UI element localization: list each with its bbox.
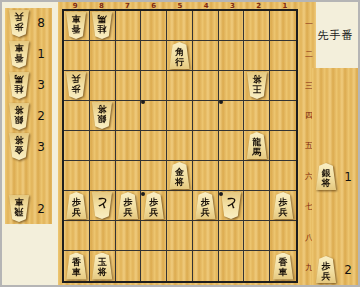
piece-face: 桂馬 [91, 12, 113, 39]
sente-hand-slot-3 [312, 130, 359, 161]
gote-rook-count: 2 [30, 202, 52, 216]
cell-4-6[interactable] [193, 161, 219, 191]
sente-gold[interactable]: 金将 [168, 162, 190, 189]
piece-kanji: 歩 [322, 259, 331, 271]
gote-pawn[interactable]: 歩兵 [8, 10, 30, 37]
gote-hand-slot-3: 桂馬3 [5, 70, 52, 101]
piece-face: 銀将 [8, 103, 30, 130]
cell-6-3[interactable] [141, 71, 167, 101]
piece-face: 歩兵 [143, 192, 165, 219]
sente-pawn[interactable]: 歩兵 [65, 192, 87, 219]
piece-kanji: 銀 [15, 115, 24, 127]
piece-face: 歩兵 [65, 192, 87, 219]
gote-lance[interactable]: 香車 [65, 12, 87, 39]
cell-3-8[interactable] [219, 221, 245, 251]
cell-1-8[interactable] [270, 221, 296, 251]
piece-kanji: 歩 [123, 195, 132, 207]
gote-gold[interactable]: 金将 [8, 133, 30, 160]
gote-hand-slot-6 [5, 162, 52, 193]
piece-kanji: 香 [72, 255, 81, 267]
piece-face: 角行 [168, 42, 190, 69]
cell-6-2[interactable] [141, 41, 167, 71]
cell-4-1[interactable] [193, 11, 219, 41]
cell-2-4[interactable] [244, 101, 270, 131]
piece-face: 歩兵 [315, 256, 337, 283]
piece-kanji: 王 [252, 85, 261, 97]
piece-kanji: 龍 [252, 135, 261, 147]
sente-captured-tray: 銀将1歩兵2 [312, 68, 359, 285]
cell-2-5[interactable]: 龍馬 [244, 131, 270, 161]
cell-5-7[interactable] [167, 191, 193, 221]
piece-kanji: 兵 [123, 207, 132, 217]
cell-3-1[interactable] [219, 11, 245, 41]
sente-pawn-count: 2 [337, 263, 359, 277]
gote-lance-count: 1 [30, 47, 52, 61]
cell-7-3[interactable] [116, 71, 142, 101]
sente-pawn[interactable]: 歩兵 [194, 192, 216, 219]
cell-4-4[interactable] [193, 101, 219, 131]
gote-knight[interactable]: 桂馬 [8, 72, 30, 99]
cell-2-3[interactable]: 王将 [244, 71, 270, 101]
piece-face: 香車 [272, 253, 294, 280]
piece-face: 香車 [65, 12, 87, 39]
sente-pawn[interactable]: 歩兵 [117, 192, 139, 219]
cell-7-9[interactable] [116, 251, 142, 281]
cell-9-3[interactable]: 歩兵 [64, 71, 90, 101]
piece-kanji: 将 [252, 75, 261, 85]
piece-face: 金将 [168, 162, 190, 189]
piece-kanji: 金 [175, 165, 184, 177]
cell-8-7[interactable]: と [90, 191, 116, 221]
piece-face: 玉将 [91, 253, 113, 280]
piece-kanji: 車 [72, 267, 81, 277]
cell-1-3[interactable] [270, 71, 296, 101]
cell-4-3[interactable] [193, 71, 219, 101]
piece-kanji: 歩 [15, 22, 24, 34]
gote-tokin[interactable]: と [91, 192, 113, 219]
cell-3-3[interactable] [219, 71, 245, 101]
piece-kanji: 飛 [15, 208, 24, 220]
cell-2-6[interactable] [244, 161, 270, 191]
piece-kanji: 兵 [201, 207, 210, 217]
sente-hand-slot-2 [312, 99, 359, 130]
piece-face: 香車 [65, 253, 87, 280]
piece-face: 歩兵 [65, 72, 87, 99]
piece-face: 歩兵 [8, 10, 30, 37]
cell-8-5[interactable] [90, 131, 116, 161]
piece-face: 銀将 [315, 163, 337, 190]
piece-face: 桂馬 [8, 72, 30, 99]
gote-gold-count: 3 [30, 140, 52, 154]
piece-kanji: 車 [72, 15, 81, 25]
cell-2-8[interactable] [244, 221, 270, 251]
sente-pawn[interactable]: 歩兵 [315, 256, 337, 283]
piece-kanji: 車 [15, 43, 24, 53]
piece-kanji: 兵 [279, 207, 288, 217]
piece-kanji: 兵 [15, 12, 24, 22]
piece-kanji: 行 [175, 57, 184, 67]
cell-5-1[interactable] [167, 11, 193, 41]
cell-5-4[interactable] [167, 101, 193, 131]
piece-kanji: 兵 [72, 75, 81, 85]
turn-indicator: 先手番 [311, 28, 360, 43]
gote-hand-slot-7: 飛車2 [5, 193, 52, 224]
piece-kanji: 銀 [98, 115, 107, 127]
sente-silver-count: 1 [337, 170, 359, 184]
gote-lance[interactable]: 香車 [8, 41, 30, 68]
piece-kanji: 兵 [72, 207, 81, 217]
sente-promoted-bishop[interactable]: 龍馬 [246, 132, 268, 159]
gote-knight-count: 3 [30, 78, 52, 92]
sente-lance[interactable]: 香車 [65, 253, 87, 280]
gote-silver[interactable]: 銀将 [8, 103, 30, 130]
piece-kanji: 兵 [149, 207, 158, 217]
cell-2-7[interactable] [244, 191, 270, 221]
cell-9-4[interactable] [64, 101, 90, 131]
cell-6-9[interactable] [141, 251, 167, 281]
cell-4-7[interactable]: 歩兵 [193, 191, 219, 221]
shogi-board: 香車桂馬角行歩兵王将銀将龍馬金将歩兵と歩兵歩兵歩兵と歩兵香車玉将香車 [62, 9, 298, 283]
piece-face: 歩兵 [194, 192, 216, 219]
cell-7-5[interactable] [116, 131, 142, 161]
sente-silver[interactable]: 銀将 [315, 163, 337, 190]
sente-pawn[interactable]: 歩兵 [143, 192, 165, 219]
piece-kanji: 将 [98, 105, 107, 115]
piece-kanji: 車 [279, 267, 288, 277]
sente-hand-slot-6 [312, 223, 359, 254]
piece-kanji: 歩 [72, 195, 81, 207]
piece-kanji: 玉 [98, 255, 107, 267]
cell-4-8[interactable] [193, 221, 219, 251]
piece-kanji: 将 [175, 177, 184, 187]
piece-kanji: 金 [15, 146, 24, 158]
gote-pawn[interactable]: 歩兵 [65, 72, 87, 99]
cell-3-7[interactable]: と [219, 191, 245, 221]
cell-1-4[interactable] [270, 101, 296, 131]
piece-kanji: 桂 [15, 84, 24, 96]
cell-9-9[interactable]: 香車 [64, 251, 90, 281]
cell-9-8[interactable] [64, 221, 90, 251]
cell-8-9[interactable]: 玉将 [90, 251, 116, 281]
piece-kanji: 歩 [72, 85, 81, 97]
piece-face: 金将 [8, 133, 30, 160]
cell-6-1[interactable] [141, 11, 167, 41]
cell-4-9[interactable] [193, 251, 219, 281]
gote-hand-slot-2: 香車1 [5, 39, 52, 70]
piece-kanji: 馬 [252, 147, 261, 157]
cell-4-5[interactable] [193, 131, 219, 161]
gote-pawn-count: 8 [30, 16, 52, 30]
cell-7-6[interactable] [116, 161, 142, 191]
piece-kanji: 香 [72, 25, 81, 37]
cell-2-1[interactable] [244, 11, 270, 41]
piece-face: 銀将 [91, 102, 113, 129]
gote-hand-slot-4: 銀将2 [5, 101, 52, 132]
sente-pawn[interactable]: 歩兵 [272, 192, 294, 219]
piece-kanji: と [225, 197, 237, 214]
piece-face: 龍馬 [246, 132, 268, 159]
cell-3-6[interactable] [219, 161, 245, 191]
cell-1-2[interactable] [270, 41, 296, 71]
sente-bishop[interactable]: 角行 [168, 42, 190, 69]
cell-5-8[interactable] [167, 221, 193, 251]
cell-5-5[interactable] [167, 131, 193, 161]
sente-king[interactable]: 玉将 [91, 253, 113, 280]
cell-8-8[interactable] [90, 221, 116, 251]
cell-3-2[interactable] [219, 41, 245, 71]
cell-1-7[interactable]: 歩兵 [270, 191, 296, 221]
cell-9-1[interactable]: 香車 [64, 11, 90, 41]
gote-rook[interactable]: 飛車 [8, 195, 30, 222]
cell-9-5[interactable] [64, 131, 90, 161]
piece-kanji: 歩 [149, 195, 158, 207]
piece-kanji: 歩 [201, 195, 210, 207]
cell-3-9[interactable] [219, 251, 245, 281]
cell-5-6[interactable]: 金将 [167, 161, 193, 191]
cell-8-6[interactable] [90, 161, 116, 191]
star-point [141, 192, 145, 196]
cell-1-1[interactable] [270, 11, 296, 41]
sente-hand-slot-1 [312, 68, 359, 99]
piece-kanji: 将 [15, 105, 24, 115]
cell-3-4[interactable] [219, 101, 245, 131]
piece-face: と [91, 192, 113, 219]
cell-8-1[interactable]: 桂馬 [90, 11, 116, 41]
cell-6-8[interactable] [141, 221, 167, 251]
cell-4-2[interactable] [193, 41, 219, 71]
piece-face: 王将 [246, 72, 268, 99]
cell-1-9[interactable]: 香車 [270, 251, 296, 281]
piece-kanji: 馬 [98, 15, 107, 25]
gote-hand-slot-5: 金将3 [5, 131, 52, 162]
gote-silver[interactable]: 銀将 [91, 102, 113, 129]
piece-kanji: 桂 [98, 25, 107, 37]
piece-face: 香車 [8, 41, 30, 68]
cell-9-6[interactable] [64, 161, 90, 191]
cell-7-1[interactable] [116, 11, 142, 41]
cell-7-2[interactable] [116, 41, 142, 71]
cell-8-3[interactable] [90, 71, 116, 101]
piece-kanji: 歩 [279, 195, 288, 207]
cell-2-9[interactable] [244, 251, 270, 281]
gote-captured-tray: 歩兵8香車1桂馬3銀将2金将3飛車2 [5, 8, 52, 224]
sente-hand-slot-4: 銀将1 [312, 161, 359, 192]
cell-3-5[interactable] [219, 131, 245, 161]
piece-kanji: 香 [15, 53, 24, 65]
cell-8-4[interactable]: 銀将 [90, 101, 116, 131]
sente-hand-slot-5 [312, 192, 359, 223]
piece-kanji: 香 [279, 255, 288, 267]
cell-7-4[interactable] [116, 101, 142, 131]
sente-hand-slot-7: 歩兵2 [312, 254, 359, 285]
gote-tokin[interactable]: と [220, 192, 242, 219]
cell-5-9[interactable] [167, 251, 193, 281]
cell-1-5[interactable] [270, 131, 296, 161]
piece-kanji: と [96, 197, 108, 214]
gote-king[interactable]: 王将 [246, 72, 268, 99]
cell-8-2[interactable] [90, 41, 116, 71]
piece-kanji: 銀 [322, 166, 331, 178]
piece-face: 歩兵 [117, 192, 139, 219]
piece-face: 歩兵 [272, 192, 294, 219]
piece-kanji: 角 [175, 45, 184, 57]
sente-lance[interactable]: 香車 [272, 253, 294, 280]
cell-5-2[interactable]: 角行 [167, 41, 193, 71]
gote-hand-slot-1: 歩兵8 [5, 8, 52, 39]
gote-silver-count: 2 [30, 109, 52, 123]
cell-6-5[interactable] [141, 131, 167, 161]
piece-kanji: 車 [15, 198, 24, 208]
cell-2-2[interactable] [244, 41, 270, 71]
cell-1-6[interactable] [270, 161, 296, 191]
piece-kanji: 将 [15, 136, 24, 146]
piece-kanji: 兵 [322, 271, 331, 281]
piece-kanji: 馬 [15, 74, 24, 84]
cell-6-4[interactable] [141, 101, 167, 131]
cell-6-6[interactable] [141, 161, 167, 191]
cell-9-7[interactable]: 歩兵 [64, 191, 90, 221]
cell-6-7[interactable]: 歩兵 [141, 191, 167, 221]
piece-kanji: 将 [322, 178, 331, 188]
rank-label-2: 二 [303, 39, 315, 69]
gote-knight[interactable]: 桂馬 [91, 12, 113, 39]
cell-7-7[interactable]: 歩兵 [116, 191, 142, 221]
cell-9-2[interactable] [64, 41, 90, 71]
cell-5-3[interactable] [167, 71, 193, 101]
cell-7-8[interactable] [116, 221, 142, 251]
piece-kanji: 将 [98, 267, 107, 277]
shogi-app-window: 987654321 一二三四五六七八九 香車桂馬角行歩兵王将銀将龍馬金将歩兵と歩… [0, 0, 360, 287]
piece-face: と [220, 192, 242, 219]
piece-face: 飛車 [8, 195, 30, 222]
